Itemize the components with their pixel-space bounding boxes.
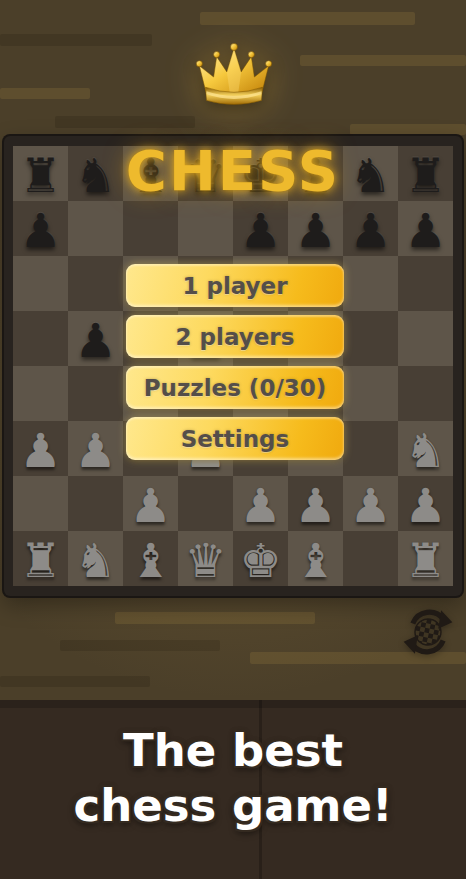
square-h4 [398, 366, 453, 421]
square-a5 [13, 311, 68, 366]
square-d1: ♛ [178, 531, 233, 586]
white-rook: ♜ [19, 533, 61, 588]
wood-streak [115, 612, 315, 624]
square-h7: ♟ [398, 201, 453, 256]
white-pawn: ♟ [74, 423, 116, 478]
square-g3 [343, 421, 398, 476]
square-c1: ♝ [123, 531, 178, 586]
square-g4 [343, 366, 398, 421]
white-knight: ♞ [404, 423, 446, 478]
white-pawn: ♟ [129, 478, 171, 533]
white-bishop: ♝ [294, 533, 336, 588]
square-a1: ♜ [13, 531, 68, 586]
square-f7: ♟ [288, 201, 343, 256]
tagline: The best chess game! [0, 723, 466, 833]
square-a2 [13, 476, 68, 531]
square-a7: ♟ [13, 201, 68, 256]
black-pawn: ♟ [294, 203, 336, 258]
wood-streak [0, 676, 150, 687]
gold-crown-icon [180, 41, 288, 111]
wood-streak [55, 116, 195, 128]
square-d2 [178, 476, 233, 531]
square-b1: ♞ [68, 531, 123, 586]
white-rook: ♜ [404, 533, 446, 588]
square-g2: ♟ [343, 476, 398, 531]
page-title: CHESS [0, 138, 466, 203]
square-h5 [398, 311, 453, 366]
wood-streak [60, 640, 220, 651]
black-pawn: ♟ [74, 313, 116, 368]
white-knight: ♞ [74, 533, 116, 588]
square-f2: ♟ [288, 476, 343, 531]
black-pawn: ♟ [404, 203, 446, 258]
square-a3: ♟ [13, 421, 68, 476]
wood-streak [0, 34, 152, 46]
square-h3: ♞ [398, 421, 453, 476]
square-g1 [343, 531, 398, 586]
square-h6 [398, 256, 453, 311]
black-pawn: ♟ [239, 203, 281, 258]
square-c2: ♟ [123, 476, 178, 531]
one-player-button[interactable]: 1 player [126, 264, 344, 307]
square-h1: ♜ [398, 531, 453, 586]
white-king: ♚ [239, 533, 281, 588]
rotate-board-icon[interactable] [401, 605, 455, 659]
white-pawn: ♟ [349, 478, 391, 533]
white-queen: ♛ [184, 533, 226, 588]
wood-streak [350, 124, 466, 135]
square-b6 [68, 256, 123, 311]
square-b4 [68, 366, 123, 421]
wood-streak [200, 12, 415, 25]
tagline-line-2: chess game! [0, 778, 466, 833]
square-b7 [68, 201, 123, 256]
square-e2: ♟ [233, 476, 288, 531]
square-c7 [123, 201, 178, 256]
tagline-line-1: The best [0, 723, 466, 778]
square-a6 [13, 256, 68, 311]
square-h2: ♟ [398, 476, 453, 531]
chess-app-screen: ♜♞♝♛♚♝♞♜♟♟♟♟♟♟♟♟♟♟♟♞♟♟♟♟♟♜♞♝♛♚♝♜ CHESS 1… [0, 0, 466, 879]
white-pawn: ♟ [19, 423, 61, 478]
black-pawn: ♟ [19, 203, 61, 258]
square-f1: ♝ [288, 531, 343, 586]
puzzles-button[interactable]: Puzzles (0/30) [126, 366, 344, 409]
wood-streak [300, 55, 466, 66]
plank-edge [0, 700, 466, 708]
square-g7: ♟ [343, 201, 398, 256]
square-e7: ♟ [233, 201, 288, 256]
black-pawn: ♟ [349, 203, 391, 258]
settings-button[interactable]: Settings [126, 417, 344, 460]
white-bishop: ♝ [129, 533, 171, 588]
square-b2 [68, 476, 123, 531]
square-g5 [343, 311, 398, 366]
square-b5: ♟ [68, 311, 123, 366]
square-a4 [13, 366, 68, 421]
main-menu: 1 player 2 players Puzzles (0/30) Settin… [126, 264, 344, 468]
white-pawn: ♟ [239, 478, 281, 533]
wood-streak [0, 88, 90, 99]
white-pawn: ♟ [294, 478, 336, 533]
white-pawn: ♟ [404, 478, 446, 533]
square-b3: ♟ [68, 421, 123, 476]
square-e1: ♚ [233, 531, 288, 586]
square-d7 [178, 201, 233, 256]
square-g6 [343, 256, 398, 311]
two-players-button[interactable]: 2 players [126, 315, 344, 358]
